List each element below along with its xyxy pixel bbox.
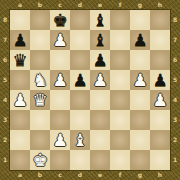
square-c2[interactable]: ♟ bbox=[50, 130, 70, 150]
square-f5[interactable] bbox=[110, 70, 130, 90]
square-h5[interactable]: ♟ bbox=[150, 70, 170, 90]
square-h1[interactable] bbox=[150, 150, 170, 170]
square-f7[interactable] bbox=[110, 30, 130, 50]
square-b2[interactable] bbox=[30, 130, 50, 150]
square-d5[interactable]: ♟ bbox=[70, 70, 90, 90]
file-labels-top: abcdefgh bbox=[10, 0, 170, 10]
square-b1[interactable]: ♚ bbox=[30, 150, 50, 170]
rank-label-2: 2 bbox=[170, 130, 180, 150]
chess-board-frame: abcdefgh abcdefgh 87654321 87654321 ♚♝♟♟… bbox=[0, 0, 180, 180]
file-label-b: b bbox=[30, 170, 50, 180]
square-g5[interactable]: ♟ bbox=[130, 70, 150, 90]
square-d2[interactable]: ♝ bbox=[70, 130, 90, 150]
square-d3[interactable] bbox=[70, 110, 90, 130]
rank-label-8: 8 bbox=[0, 10, 10, 30]
piece-black-king-c8[interactable]: ♚ bbox=[50, 10, 70, 30]
file-label-f: f bbox=[110, 0, 130, 10]
piece-black-bishop-e7[interactable]: ♝ bbox=[90, 30, 110, 50]
square-g6[interactable] bbox=[130, 50, 150, 70]
square-c1[interactable] bbox=[50, 150, 70, 170]
rank-label-3: 3 bbox=[170, 110, 180, 130]
rank-label-1: 1 bbox=[0, 150, 10, 170]
square-c5[interactable]: ♟ bbox=[50, 70, 70, 90]
square-c8[interactable]: ♚ bbox=[50, 10, 70, 30]
file-label-h: h bbox=[150, 0, 170, 10]
square-b8[interactable] bbox=[30, 10, 50, 30]
rank-label-5: 5 bbox=[170, 70, 180, 90]
piece-black-bishop-e8[interactable]: ♝ bbox=[90, 10, 110, 30]
file-label-c: c bbox=[50, 0, 70, 10]
square-h3[interactable] bbox=[150, 110, 170, 130]
piece-black-pawn-a7[interactable]: ♟ bbox=[10, 30, 30, 50]
square-a4[interactable]: ♟ bbox=[10, 90, 30, 110]
square-e3[interactable] bbox=[90, 110, 110, 130]
square-c6[interactable] bbox=[50, 50, 70, 70]
piece-black-pawn-e6[interactable]: ♟ bbox=[90, 50, 110, 70]
piece-white-pawn-g5[interactable]: ♟ bbox=[130, 70, 150, 90]
rank-label-4: 4 bbox=[170, 90, 180, 110]
file-label-d: d bbox=[70, 0, 90, 10]
square-d6[interactable] bbox=[70, 50, 90, 70]
square-f8[interactable] bbox=[110, 10, 130, 30]
piece-white-bishop-d2[interactable]: ♝ bbox=[70, 130, 90, 150]
file-labels-bottom: abcdefgh bbox=[10, 170, 170, 180]
piece-white-king-b1[interactable]: ♚ bbox=[30, 150, 50, 170]
square-e8[interactable]: ♝ bbox=[90, 10, 110, 30]
square-g4[interactable] bbox=[130, 90, 150, 110]
piece-black-pawn-h5[interactable]: ♟ bbox=[150, 70, 170, 90]
square-d1[interactable] bbox=[70, 150, 90, 170]
file-label-c: c bbox=[50, 170, 70, 180]
piece-black-pawn-d5[interactable]: ♟ bbox=[70, 70, 90, 90]
chess-board[interactable]: ♚♝♟♟♝♟♛♟♞♟♟♟♟♟♟♛♟♟♝♚ bbox=[10, 10, 170, 170]
piece-white-queen-b4[interactable]: ♛ bbox=[30, 90, 50, 110]
file-label-d: d bbox=[70, 170, 90, 180]
file-label-g: g bbox=[130, 0, 150, 10]
rank-label-2: 2 bbox=[0, 130, 10, 150]
square-a3[interactable] bbox=[10, 110, 30, 130]
square-d7[interactable] bbox=[70, 30, 90, 50]
file-label-h: h bbox=[150, 170, 170, 180]
piece-black-queen-a6[interactable]: ♛ bbox=[10, 50, 30, 70]
square-a5[interactable] bbox=[10, 70, 30, 90]
square-e6[interactable]: ♟ bbox=[90, 50, 110, 70]
square-b3[interactable] bbox=[30, 110, 50, 130]
square-a2[interactable] bbox=[10, 130, 30, 150]
file-label-f: f bbox=[110, 170, 130, 180]
square-d4[interactable] bbox=[70, 90, 90, 110]
file-label-e: e bbox=[90, 170, 110, 180]
piece-white-knight-b5[interactable]: ♞ bbox=[30, 70, 50, 90]
square-e2[interactable] bbox=[90, 130, 110, 150]
square-h8[interactable] bbox=[150, 10, 170, 30]
square-b6[interactable] bbox=[30, 50, 50, 70]
square-f3[interactable] bbox=[110, 110, 130, 130]
square-a1[interactable] bbox=[10, 150, 30, 170]
square-f2[interactable] bbox=[110, 130, 130, 150]
square-d8[interactable] bbox=[70, 10, 90, 30]
rank-label-8: 8 bbox=[170, 10, 180, 30]
square-g7[interactable]: ♟ bbox=[130, 30, 150, 50]
square-h2[interactable] bbox=[150, 130, 170, 150]
square-g8[interactable] bbox=[130, 10, 150, 30]
square-e1[interactable] bbox=[90, 150, 110, 170]
square-e4[interactable] bbox=[90, 90, 110, 110]
rank-label-7: 7 bbox=[170, 30, 180, 50]
file-label-g: g bbox=[130, 170, 150, 180]
square-h6[interactable] bbox=[150, 50, 170, 70]
square-a7[interactable]: ♟ bbox=[10, 30, 30, 50]
square-f4[interactable] bbox=[110, 90, 130, 110]
square-b5[interactable]: ♞ bbox=[30, 70, 50, 90]
square-g1[interactable] bbox=[130, 150, 150, 170]
rank-label-1: 1 bbox=[170, 150, 180, 170]
rank-label-6: 6 bbox=[170, 50, 180, 70]
piece-white-pawn-c2[interactable]: ♟ bbox=[50, 130, 70, 150]
file-label-e: e bbox=[90, 0, 110, 10]
square-h4[interactable]: ♟ bbox=[150, 90, 170, 110]
square-e5[interactable]: ♟ bbox=[90, 70, 110, 90]
piece-white-pawn-c5[interactable]: ♟ bbox=[50, 70, 70, 90]
piece-white-pawn-e5[interactable]: ♟ bbox=[90, 70, 110, 90]
piece-black-pawn-g7[interactable]: ♟ bbox=[130, 30, 150, 50]
rank-label-6: 6 bbox=[0, 50, 10, 70]
rank-label-5: 5 bbox=[0, 70, 10, 90]
square-f6[interactable] bbox=[110, 50, 130, 70]
square-e7[interactable]: ♝ bbox=[90, 30, 110, 50]
rank-labels-right: 87654321 bbox=[170, 10, 180, 170]
square-b4[interactable]: ♛ bbox=[30, 90, 50, 110]
piece-white-pawn-c7[interactable]: ♟ bbox=[50, 30, 70, 50]
square-g2[interactable] bbox=[130, 130, 150, 150]
square-g3[interactable] bbox=[130, 110, 150, 130]
square-a8[interactable] bbox=[10, 10, 30, 30]
piece-white-pawn-h4[interactable]: ♟ bbox=[150, 90, 170, 110]
file-label-b: b bbox=[30, 0, 50, 10]
square-c4[interactable] bbox=[50, 90, 70, 110]
file-label-a: a bbox=[10, 170, 30, 180]
file-label-a: a bbox=[10, 0, 30, 10]
piece-white-pawn-a4[interactable]: ♟ bbox=[10, 90, 30, 110]
rank-label-3: 3 bbox=[0, 110, 10, 130]
rank-label-4: 4 bbox=[0, 90, 10, 110]
square-h7[interactable] bbox=[150, 30, 170, 50]
square-b7[interactable] bbox=[30, 30, 50, 50]
square-c3[interactable] bbox=[50, 110, 70, 130]
square-c7[interactable]: ♟ bbox=[50, 30, 70, 50]
square-a6[interactable]: ♛ bbox=[10, 50, 30, 70]
square-f1[interactable] bbox=[110, 150, 130, 170]
rank-labels-left: 87654321 bbox=[0, 10, 10, 170]
rank-label-7: 7 bbox=[0, 30, 10, 50]
